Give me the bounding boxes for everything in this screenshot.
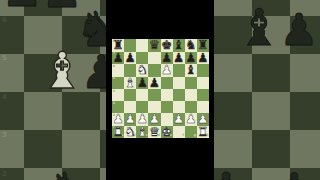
file-coordinate: g [194, 134, 196, 137]
background-rank-label: 6 [2, 17, 7, 24]
square-g4 [185, 89, 197, 101]
white-rook-h1: ♜ [197, 125, 208, 138]
white-bishop-b5: ♝ [125, 76, 136, 89]
black-bishop-g6: ♝ [185, 64, 196, 77]
white-knight-b1: ♞ [125, 125, 136, 138]
square-e6: ♟ [161, 64, 173, 77]
background-rank-label: 3 [2, 132, 7, 139]
white-pawn-e6: ♟ [161, 64, 172, 77]
square-e5 [161, 77, 173, 90]
background-piece-black-knight-partial-bottom-icon: ♞ [42, 166, 90, 180]
square-f7: ♟ [173, 52, 185, 65]
square-e1: e♚ [161, 126, 173, 139]
square-f4 [173, 89, 185, 101]
black-queen-d8: ♛ [149, 39, 160, 52]
rank-coordinate: 6 [113, 65, 115, 68]
file-coordinate: f [183, 134, 184, 137]
square-d7 [148, 52, 160, 65]
video-still: 65432 ♟♟♞♝♟♝♟♞♝♟ 8♜♛♚♝♞♜7♟♟♟♟♟♟6♞♟♝5♝♟♟4… [0, 0, 320, 180]
square-f6 [173, 64, 185, 77]
square-d4 [148, 89, 160, 101]
square-a7: 7♟ [112, 52, 124, 65]
background-piece-black-pawn-partial-bottom-right-icon: ♟ [271, 167, 317, 180]
black-pawn-f7: ♟ [173, 51, 184, 64]
square-b5: ♝ [124, 77, 136, 90]
square-f1: f [173, 126, 185, 139]
black-pawn-d5: ♟ [149, 76, 160, 89]
square-g5 [185, 77, 197, 90]
square-g6: ♝ [185, 64, 197, 77]
square-h4 [197, 89, 209, 101]
square-d5: ♟ [148, 77, 160, 90]
square-h1: h♜ [197, 126, 209, 139]
square-c5: ♟ [136, 77, 148, 90]
square-f5 [173, 77, 185, 90]
square-d1: d♛ [148, 126, 160, 139]
square-c8 [136, 39, 148, 52]
square-h5 [197, 77, 209, 90]
white-rook-a1: ♜ [112, 125, 123, 138]
square-a6: 6 [112, 64, 124, 77]
black-pawn-h7: ♟ [197, 51, 208, 64]
square-c1: c♝ [136, 126, 148, 139]
white-pawn-f2: ♟ [173, 113, 184, 126]
square-d8: ♛ [148, 39, 160, 52]
white-king-e1: ♚ [161, 125, 172, 138]
square-e3 [161, 101, 173, 113]
background-rank-label: 4 [2, 94, 7, 101]
white-queen-d1: ♛ [149, 125, 160, 138]
black-pawn-b7: ♟ [125, 51, 136, 64]
background-piece-black-pawn-top-right-icon: ♟ [277, 8, 320, 52]
white-pawn-g2: ♟ [185, 113, 196, 126]
square-a5: 5 [112, 77, 124, 90]
black-pawn-c5: ♟ [137, 76, 148, 89]
rank-coordinate: 4 [113, 90, 115, 93]
square-e4 [161, 89, 173, 101]
square-h7: ♟ [197, 52, 209, 65]
square-f2: ♟ [173, 113, 185, 126]
black-pawn-a7: ♟ [112, 51, 123, 64]
square-g1: g [185, 126, 197, 139]
white-bishop-c1: ♝ [137, 125, 148, 138]
square-b1: b♞ [124, 126, 136, 139]
square-b4 [124, 89, 136, 101]
video-frame[interactable]: 8♜♛♚♝♞♜7♟♟♟♟♟♟6♞♟♝5♝♟♟432♟♟♟♟♟♟♟1a♜b♞c♝d… [106, 0, 214, 180]
rank-coordinate: 3 [113, 102, 115, 105]
square-g2: ♟ [185, 113, 197, 126]
chess-board: 8♜♛♚♝♞♜7♟♟♟♟♟♟6♞♟♝5♝♟♟432♟♟♟♟♟♟♟1a♜b♞c♝d… [112, 39, 209, 138]
rank-coordinate: 5 [113, 77, 115, 80]
square-c4 [136, 89, 148, 101]
background-rank-label: 2 [2, 171, 7, 178]
background-rank-label: 5 [2, 55, 7, 62]
square-a4: 4 [112, 89, 124, 101]
square-b7: ♟ [124, 52, 136, 65]
square-h6 [197, 64, 209, 77]
square-a1: 1a♜ [112, 126, 124, 139]
